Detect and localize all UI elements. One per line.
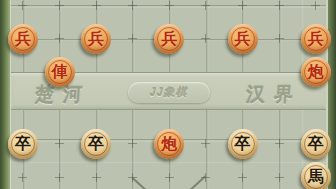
palace-diagonal-left [132, 177, 149, 189]
grid-cross-mark [55, 139, 64, 148]
grass-left-edge [0, 0, 10, 189]
grid-cross-mark [92, 173, 101, 182]
piece-red-col5-row3[interactable]: 兵 [154, 24, 184, 54]
grid-cross-mark [238, 173, 247, 182]
piece-black-col1-row6[interactable]: 卒 [8, 129, 38, 159]
jj-xiangqi-logo: JJ象棋 [128, 82, 210, 103]
grid-cross-mark [275, 139, 284, 148]
piece-black-col9-row7[interactable]: 馬 [301, 162, 331, 189]
grid-cross-mark [55, 173, 64, 182]
grid-cross-mark [18, 1, 27, 10]
piece-black-col9-row6[interactable]: 卒 [301, 129, 331, 159]
piece-red-col5-row6[interactable]: 炮 [154, 129, 184, 159]
piece-red-col9-row3[interactable]: 兵 [301, 24, 331, 54]
grid-cross-mark [128, 1, 137, 10]
piece-black-col7-row6[interactable]: 卒 [228, 129, 258, 159]
grid-cross-mark [238, 1, 247, 10]
grid-cross-mark [165, 173, 174, 182]
xiangqi-board[interactable]: 楚河 JJ象棋 汉界 兵兵兵兵兵俥炮卒卒炮卒卒馬 [10, 0, 328, 189]
grid-cross-mark [201, 1, 210, 10]
river-label-han-jie: 汉界 [245, 82, 303, 108]
piece-red-col3-row3[interactable]: 兵 [81, 24, 111, 54]
palace-diagonal-right [189, 176, 206, 189]
grid-cross-mark [275, 173, 284, 182]
grid-cross-mark [92, 1, 101, 10]
piece-red-col1-row3[interactable]: 兵 [8, 24, 38, 54]
grid-cross-mark [275, 1, 284, 10]
grid-cross-mark [201, 34, 210, 43]
grid-cross-mark [128, 34, 137, 43]
piece-red-col7-row3[interactable]: 兵 [228, 24, 258, 54]
grid-cross-mark [165, 1, 174, 10]
grid-cross-mark [18, 173, 27, 182]
jj-xiangqi-logo-text: JJ象棋 [149, 85, 187, 100]
grid-cross-mark [311, 1, 320, 10]
grid-cross-mark [275, 34, 284, 43]
grid-cross-mark [201, 139, 210, 148]
grass-right-edge [328, 0, 336, 189]
grid-cross-mark [128, 139, 137, 148]
piece-black-col3-row6[interactable]: 卒 [81, 129, 111, 159]
piece-red-col2-row4[interactable]: 俥 [45, 57, 75, 87]
grid-cross-mark [55, 34, 64, 43]
xiangqi-game-screen: 楚河 JJ象棋 汉界 兵兵兵兵兵俥炮卒卒炮卒卒馬 [0, 0, 336, 189]
grid-cross-mark [55, 1, 64, 10]
piece-red-col9-row4[interactable]: 炮 [301, 57, 331, 87]
